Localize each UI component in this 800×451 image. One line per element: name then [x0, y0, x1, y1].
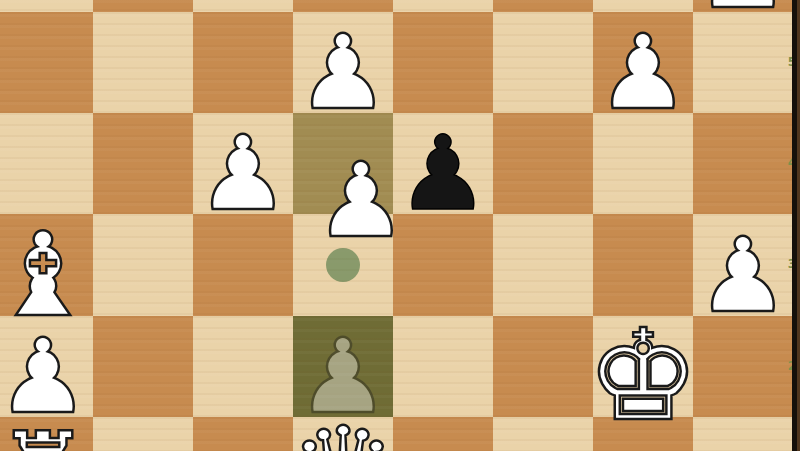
square-b5[interactable] [93, 12, 193, 113]
square-h4[interactable] [693, 113, 793, 214]
square-d6[interactable] [293, 0, 393, 12]
square-e2[interactable] [393, 316, 493, 417]
square-b1[interactable] [93, 417, 193, 451]
square-d1[interactable]: ♛ [293, 417, 393, 451]
piece-white-pawn-h3[interactable]: ♟ [697, 224, 789, 327]
square-g6[interactable] [593, 0, 693, 12]
square-e5[interactable] [393, 12, 493, 113]
piece-white-pawn-d5[interactable]: ♟ [297, 21, 389, 124]
square-a4[interactable] [0, 113, 93, 214]
square-c6[interactable] [193, 0, 293, 12]
square-b2[interactable] [93, 316, 193, 417]
piece-white-queen-d1[interactable]: ♛ [290, 411, 396, 451]
square-f5[interactable] [493, 12, 593, 113]
chess-board: ♟♟♟♟♟♝♟♟♟♚♜♛♟ [0, 0, 793, 451]
square-f6[interactable] [493, 0, 593, 12]
square-h3[interactable]: ♟ [693, 214, 793, 315]
piece-white-pawn-c4[interactable]: ♟ [197, 122, 289, 225]
piece-white-rook-a1[interactable]: ♜ [0, 418, 90, 451]
square-g2[interactable]: ♚ [593, 316, 693, 417]
piece-white-pawn-h6[interactable]: ♟ [697, 0, 789, 23]
square-a6[interactable] [0, 0, 93, 12]
square-c4[interactable]: ♟ [193, 113, 293, 214]
square-b6[interactable] [93, 0, 193, 12]
square-e6[interactable] [393, 0, 493, 12]
piece-white-king-g2[interactable]: ♚ [587, 313, 700, 439]
square-d5[interactable]: ♟ [293, 12, 393, 113]
square-a5[interactable] [0, 12, 93, 113]
square-a3[interactable]: ♝ [0, 214, 93, 315]
square-c2[interactable] [193, 316, 293, 417]
chess-board-viewport: ♟♟♟♟♟♝♟♟♟♚♜♛♟ 5432 [0, 0, 800, 451]
piece-white-pawn-g5[interactable]: ♟ [597, 21, 689, 124]
square-c1[interactable] [193, 417, 293, 451]
square-h6[interactable]: ♟ [693, 0, 793, 12]
square-f3[interactable] [493, 214, 593, 315]
square-h1[interactable] [693, 417, 793, 451]
dragged-piece-glyph: ♟ [315, 149, 407, 252]
square-a2[interactable]: ♟ [0, 316, 93, 417]
square-b3[interactable] [93, 214, 193, 315]
square-g3[interactable] [593, 214, 693, 315]
square-f2[interactable] [493, 316, 593, 417]
square-f4[interactable] [493, 113, 593, 214]
dragged-piece-white-pawn[interactable]: ♟ [311, 144, 411, 245]
square-b4[interactable] [93, 113, 193, 214]
square-a1[interactable]: ♜ [0, 417, 93, 451]
square-e1[interactable] [393, 417, 493, 451]
square-g5[interactable]: ♟ [593, 12, 693, 113]
square-c5[interactable] [193, 12, 293, 113]
square-f1[interactable] [493, 417, 593, 451]
